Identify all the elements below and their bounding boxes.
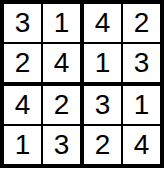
cell-r3c3[interactable]: 3: [84, 86, 123, 126]
cell-r1c1[interactable]: 3: [4, 4, 43, 44]
cell-r3c4[interactable]: 1: [123, 86, 160, 126]
cell-r3c2[interactable]: 2: [43, 86, 84, 126]
cell-r2c4[interactable]: 3: [123, 44, 160, 86]
cell-r2c1[interactable]: 2: [4, 44, 43, 86]
shidoku-board: 3142241342311324: [0, 0, 164, 168]
cell-r4c4[interactable]: 4: [123, 126, 160, 164]
cell-r1c2[interactable]: 1: [43, 4, 84, 44]
cell-r1c4[interactable]: 2: [123, 4, 160, 44]
cell-r2c2[interactable]: 4: [43, 44, 84, 86]
cell-r4c3[interactable]: 2: [84, 126, 123, 164]
cell-r3c1[interactable]: 4: [4, 86, 43, 126]
cell-r1c3[interactable]: 4: [84, 4, 123, 44]
cell-r4c2[interactable]: 3: [43, 126, 84, 164]
cell-r4c1[interactable]: 1: [4, 126, 43, 164]
cell-r2c3[interactable]: 1: [84, 44, 123, 86]
